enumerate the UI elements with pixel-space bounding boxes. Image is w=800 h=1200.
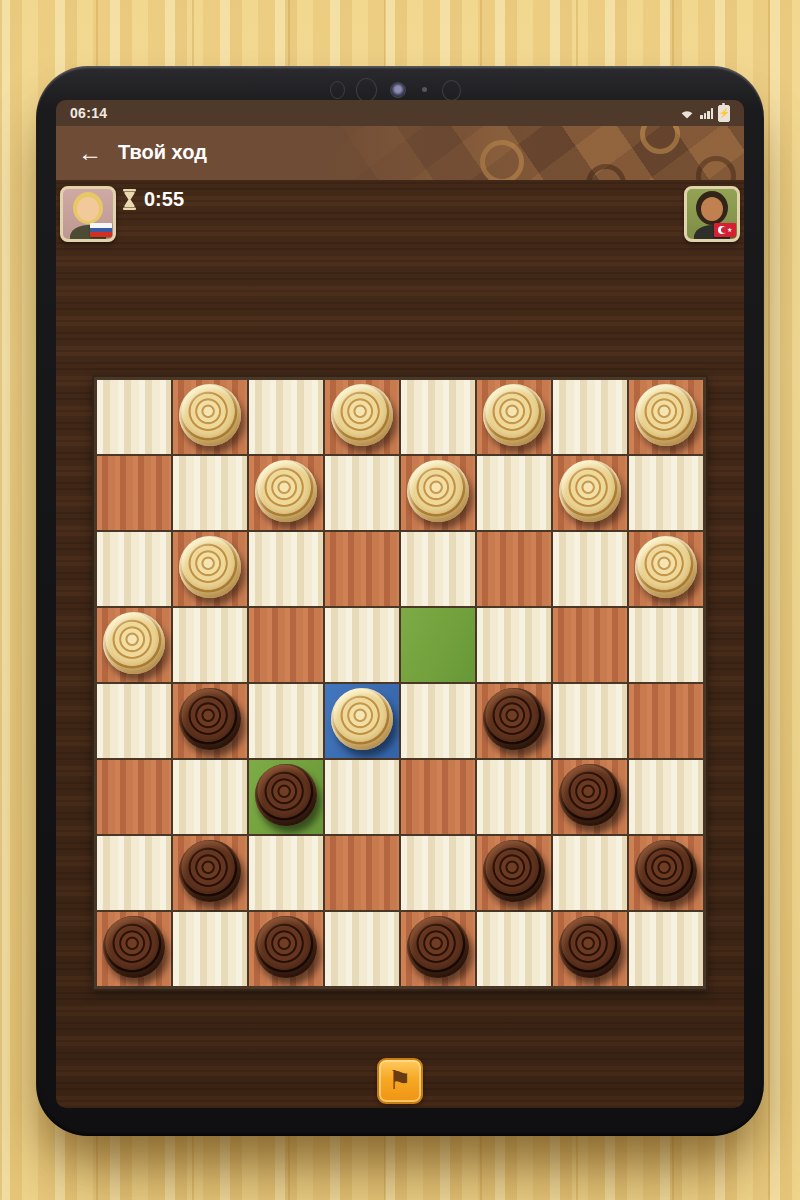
square-h7[interactable] bbox=[629, 456, 703, 530]
square-e7[interactable] bbox=[401, 456, 475, 530]
square-f4[interactable] bbox=[477, 684, 551, 758]
square-d8[interactable] bbox=[325, 380, 399, 454]
square-e8[interactable] bbox=[401, 380, 475, 454]
white-piece[interactable] bbox=[179, 536, 241, 598]
square-g4[interactable] bbox=[553, 684, 627, 758]
square-e1[interactable] bbox=[401, 912, 475, 986]
dark-piece[interactable] bbox=[483, 840, 545, 902]
dark-piece[interactable] bbox=[559, 764, 621, 826]
player-avatar-right[interactable]: ★ bbox=[684, 186, 740, 242]
page-title: Твой ход bbox=[118, 141, 207, 164]
square-d1[interactable] bbox=[325, 912, 399, 986]
square-a7[interactable] bbox=[97, 456, 171, 530]
square-f8[interactable] bbox=[477, 380, 551, 454]
back-button[interactable]: ← bbox=[76, 139, 104, 167]
square-h5[interactable] bbox=[629, 608, 703, 682]
square-b1[interactable] bbox=[173, 912, 247, 986]
white-piece[interactable] bbox=[635, 536, 697, 598]
sensor-icon bbox=[356, 78, 377, 102]
white-piece[interactable] bbox=[483, 384, 545, 446]
square-e4[interactable] bbox=[401, 684, 475, 758]
square-c4[interactable] bbox=[249, 684, 323, 758]
square-a2[interactable] bbox=[97, 836, 171, 910]
board bbox=[92, 375, 708, 991]
white-piece[interactable] bbox=[635, 384, 697, 446]
tablet-device: 06:14 ⚡ ← Твой ход bbox=[36, 66, 764, 1136]
square-h4[interactable] bbox=[629, 684, 703, 758]
dark-piece[interactable] bbox=[559, 916, 621, 978]
wifi-icon bbox=[679, 107, 695, 119]
avatar-face bbox=[701, 197, 723, 221]
square-g8[interactable] bbox=[553, 380, 627, 454]
status-bar: 06:14 ⚡ bbox=[56, 100, 744, 126]
move-timer: 0:55 bbox=[122, 188, 184, 211]
square-c2[interactable] bbox=[249, 836, 323, 910]
app-screen: 06:14 ⚡ ← Твой ход bbox=[56, 100, 744, 1108]
dark-piece[interactable] bbox=[179, 840, 241, 902]
square-h6[interactable] bbox=[629, 532, 703, 606]
square-a1[interactable] bbox=[97, 912, 171, 986]
dark-piece[interactable] bbox=[407, 916, 469, 978]
square-f1[interactable] bbox=[477, 912, 551, 986]
camera-lens-icon bbox=[390, 82, 406, 98]
square-c1[interactable] bbox=[249, 912, 323, 986]
square-g7[interactable] bbox=[553, 456, 627, 530]
flag-icon: ⚑ bbox=[388, 1067, 411, 1093]
white-piece[interactable] bbox=[103, 612, 165, 674]
square-d7[interactable] bbox=[325, 456, 399, 530]
square-a3[interactable] bbox=[97, 760, 171, 834]
square-f6[interactable] bbox=[477, 532, 551, 606]
square-a5[interactable] bbox=[97, 608, 171, 682]
square-e2[interactable] bbox=[401, 836, 475, 910]
square-a4[interactable] bbox=[97, 684, 171, 758]
square-h3[interactable] bbox=[629, 760, 703, 834]
square-f3[interactable] bbox=[477, 760, 551, 834]
dark-piece[interactable] bbox=[635, 840, 697, 902]
white-piece[interactable] bbox=[331, 384, 393, 446]
square-c3[interactable] bbox=[249, 760, 323, 834]
square-h1[interactable] bbox=[629, 912, 703, 986]
russia-flag-icon bbox=[90, 223, 112, 237]
square-e5[interactable] bbox=[401, 608, 475, 682]
square-d5[interactable] bbox=[325, 608, 399, 682]
square-h2[interactable] bbox=[629, 836, 703, 910]
square-d4[interactable] bbox=[325, 684, 399, 758]
square-g1[interactable] bbox=[553, 912, 627, 986]
square-a8[interactable] bbox=[97, 380, 171, 454]
square-a6[interactable] bbox=[97, 532, 171, 606]
app-bar: ← Твой ход bbox=[56, 126, 744, 180]
square-f7[interactable] bbox=[477, 456, 551, 530]
clock-time: 06:14 bbox=[70, 105, 107, 121]
square-f5[interactable] bbox=[477, 608, 551, 682]
square-b3[interactable] bbox=[173, 760, 247, 834]
square-g3[interactable] bbox=[553, 760, 627, 834]
square-g5[interactable] bbox=[553, 608, 627, 682]
white-piece[interactable] bbox=[331, 688, 393, 750]
white-piece[interactable] bbox=[559, 460, 621, 522]
dark-piece[interactable] bbox=[255, 916, 317, 978]
front-camera-array bbox=[330, 78, 470, 100]
square-c7[interactable] bbox=[249, 456, 323, 530]
signal-bars-icon bbox=[700, 108, 713, 119]
sensor-dot-icon bbox=[422, 87, 427, 92]
dark-piece[interactable] bbox=[483, 688, 545, 750]
square-d2[interactable] bbox=[325, 836, 399, 910]
square-c8[interactable] bbox=[249, 380, 323, 454]
square-b6[interactable] bbox=[173, 532, 247, 606]
white-piece[interactable] bbox=[255, 460, 317, 522]
square-b8[interactable] bbox=[173, 380, 247, 454]
status-icons: ⚡ bbox=[679, 105, 730, 122]
square-g2[interactable] bbox=[553, 836, 627, 910]
sensor-icon bbox=[330, 81, 345, 99]
turkey-flag-icon: ★ bbox=[714, 223, 736, 237]
white-piece[interactable] bbox=[179, 384, 241, 446]
white-piece[interactable] bbox=[407, 460, 469, 522]
battery-charging-icon: ⚡ bbox=[718, 105, 730, 122]
square-e3[interactable] bbox=[401, 760, 475, 834]
dark-piece[interactable] bbox=[103, 916, 165, 978]
square-d3[interactable] bbox=[325, 760, 399, 834]
square-c6[interactable] bbox=[249, 532, 323, 606]
avatar-face bbox=[77, 197, 99, 221]
square-h8[interactable] bbox=[629, 380, 703, 454]
square-b5[interactable] bbox=[173, 608, 247, 682]
timer-value: 0:55 bbox=[144, 188, 184, 211]
square-c5[interactable] bbox=[249, 608, 323, 682]
square-f2[interactable] bbox=[477, 836, 551, 910]
square-d6[interactable] bbox=[325, 532, 399, 606]
square-g6[interactable] bbox=[553, 532, 627, 606]
square-b2[interactable] bbox=[173, 836, 247, 910]
dark-piece[interactable] bbox=[255, 764, 317, 826]
dark-piece[interactable] bbox=[179, 688, 241, 750]
sensor-icon bbox=[442, 80, 461, 101]
square-b4[interactable] bbox=[173, 684, 247, 758]
resign-flag-button[interactable]: ⚑ bbox=[377, 1058, 423, 1104]
square-b7[interactable] bbox=[173, 456, 247, 530]
hourglass-icon bbox=[122, 189, 137, 210]
square-e6[interactable] bbox=[401, 532, 475, 606]
player-avatar-left[interactable] bbox=[60, 186, 116, 242]
